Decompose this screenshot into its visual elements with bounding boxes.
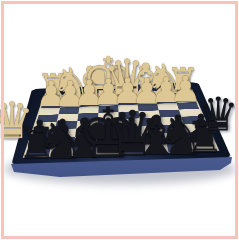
chess-set-product-photo: ♜♞♝♚♛♝♞♜♟♟♟♟♟♟♟♟♟♟♟♟♟♟♟♟♜♞♝♚♛♝♞♜ ♛♛	[0, 0, 239, 240]
white-extra-queen: ♛	[0, 96, 34, 146]
black-extra-queen: ♛	[197, 91, 238, 137]
